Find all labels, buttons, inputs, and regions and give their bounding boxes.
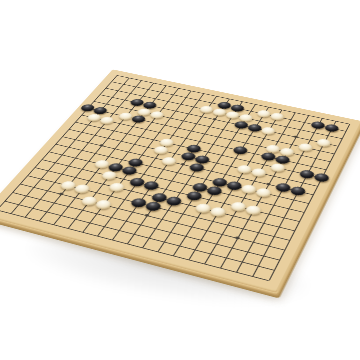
- white-stone[interactable]: [315, 138, 332, 148]
- white-stone[interactable]: [160, 156, 178, 166]
- grid-line-vertical: [25, 80, 142, 217]
- white-stone[interactable]: [254, 187, 272, 198]
- white-stone[interactable]: [107, 181, 126, 192]
- black-stone[interactable]: [232, 145, 250, 155]
- black-stone[interactable]: [313, 172, 331, 183]
- white-stone[interactable]: [209, 206, 228, 218]
- white-stone[interactable]: [297, 142, 314, 152]
- white-stone[interactable]: [260, 126, 277, 136]
- white-stone[interactable]: [250, 167, 268, 178]
- black-stone[interactable]: [323, 123, 340, 132]
- product-photo-canvas: [0, 0, 360, 360]
- black-stone[interactable]: [289, 185, 307, 196]
- white-stone[interactable]: [269, 112, 286, 121]
- white-stone[interactable]: [244, 204, 263, 216]
